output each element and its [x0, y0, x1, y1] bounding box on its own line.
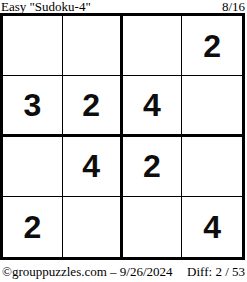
- copyright-text: ©grouppuzzles.com – 9/26/2024: [2, 265, 173, 279]
- cell-r2c2: 2: [63, 76, 123, 136]
- puzzle-page: Easy "Sudoku-4" 8/16 2 3 2 4 4 2 2 4 ©gr…: [0, 0, 247, 282]
- page-header: Easy "Sudoku-4" 8/16: [1, 0, 245, 13]
- difficulty-text: Diff: 2 / 53: [187, 265, 245, 279]
- cell-r4c2[interactable]: [63, 197, 123, 257]
- page-number: 8/16: [222, 0, 245, 13]
- cell-r4c3[interactable]: [123, 197, 183, 257]
- cell-r1c2[interactable]: [63, 16, 123, 76]
- cell-r4c4: 4: [182, 197, 242, 257]
- cell-r1c1[interactable]: [3, 16, 63, 76]
- cell-r1c3[interactable]: [123, 16, 183, 76]
- cell-r3c3: 2: [123, 137, 183, 197]
- cell-r1c4: 2: [182, 16, 242, 76]
- sudoku-board: 2 3 2 4 4 2 2 4: [0, 13, 245, 260]
- cell-r2c4[interactable]: [182, 76, 242, 136]
- cell-r2c3: 4: [123, 76, 183, 136]
- cell-r3c2: 4: [63, 137, 123, 197]
- cell-r3c4[interactable]: [182, 137, 242, 197]
- puzzle-title: Easy "Sudoku-4": [1, 0, 91, 13]
- cell-r2c1: 3: [3, 76, 63, 136]
- page-footer: ©grouppuzzles.com – 9/26/2024 Diff: 2 / …: [2, 265, 245, 279]
- cell-r4c1: 2: [3, 197, 63, 257]
- cell-r3c1[interactable]: [3, 137, 63, 197]
